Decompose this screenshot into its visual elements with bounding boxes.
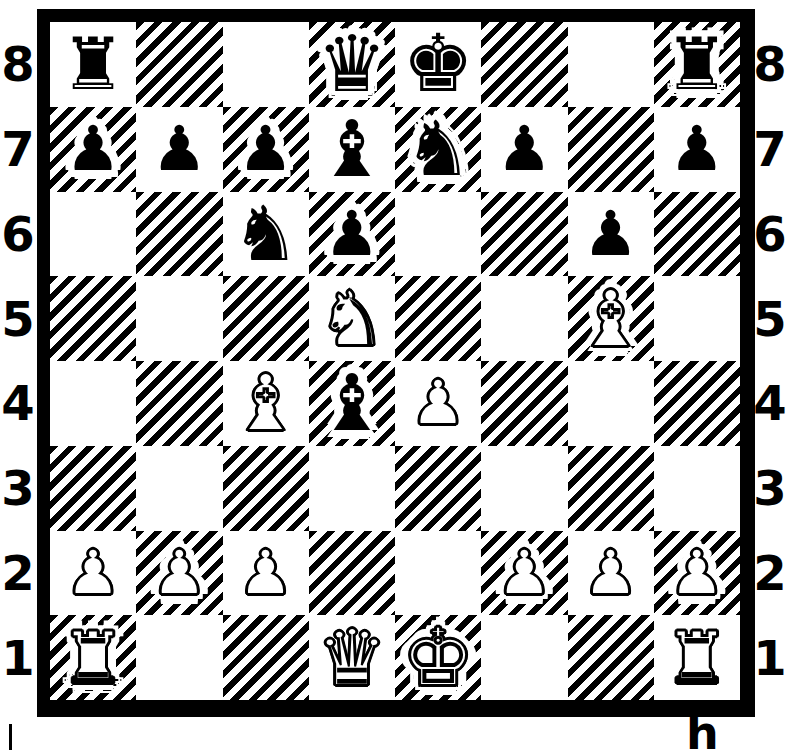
square-c2: ♟ (223, 531, 309, 616)
square-b3 (136, 446, 222, 531)
square-h8: ♜ (654, 22, 740, 107)
piece-black-pawn-h7: ♟ (669, 118, 725, 180)
piece-black-rook-a8: ♜ (61, 28, 126, 100)
piece-white-rook-a1: ♜ (61, 622, 126, 694)
square-c6: ♞ (223, 192, 309, 277)
square-e7: ♞ (395, 107, 481, 192)
chess-diagram-page: 87654321 ♜♛♚♜♟♟♟♝♞♟♟♞♟♟♞♝♝♝♟♟♟♟♟♟♟♜♛♚♜ 8… (0, 0, 787, 755)
square-b8 (136, 22, 222, 107)
square-h1: ♜ (654, 615, 740, 700)
piece-black-bishop-d4: ♝ (317, 364, 387, 442)
square-a2: ♟ (50, 531, 136, 616)
square-g8 (568, 22, 654, 107)
square-h7: ♟ (654, 107, 740, 192)
rank-label-left-7: 7 (1, 125, 34, 173)
square-g4 (568, 361, 654, 446)
square-a3 (50, 446, 136, 531)
piece-white-rook-h1: ♜ (665, 622, 730, 694)
rank-label-right-5: 5 (753, 295, 786, 343)
rank-label-right-6: 6 (753, 210, 786, 258)
piece-black-queen-d8: ♛ (317, 25, 387, 103)
piece-white-pawn-c2: ♟ (238, 542, 294, 604)
square-c7: ♟ (223, 107, 309, 192)
square-b6 (136, 192, 222, 277)
piece-white-pawn-g2: ♟ (583, 542, 639, 604)
square-e1: ♚ (395, 615, 481, 700)
piece-white-pawn-e4: ♟ (410, 372, 466, 434)
piece-black-pawn-g6: ♟ (583, 203, 639, 265)
rank-label-left-1: 1 (1, 634, 34, 682)
square-b1 (136, 615, 222, 700)
scan-artifact (9, 724, 12, 750)
square-a5 (50, 276, 136, 361)
piece-black-king-e8: ♚ (402, 24, 474, 104)
square-c4: ♝ (223, 361, 309, 446)
piece-white-queen-d1: ♛ (317, 619, 387, 697)
square-a7: ♟ (50, 107, 136, 192)
rank-labels-left: 87654321 (0, 22, 36, 700)
piece-white-pawn-a2: ♟ (65, 542, 121, 604)
piece-white-bishop-g5: ♝ (576, 280, 646, 358)
square-e5 (395, 276, 481, 361)
square-b7: ♟ (136, 107, 222, 192)
piece-black-knight-c6: ♞ (232, 196, 300, 272)
square-d2 (309, 531, 395, 616)
square-g1 (568, 615, 654, 700)
piece-white-pawn-b2: ♟ (152, 542, 208, 604)
piece-white-pawn-f2: ♟ (497, 542, 553, 604)
square-a4 (50, 361, 136, 446)
square-d8: ♛ (309, 22, 395, 107)
piece-black-knight-e7: ♞ (404, 111, 472, 187)
square-f1 (481, 615, 567, 700)
piece-black-pawn-b7: ♟ (152, 118, 208, 180)
piece-white-king-e1: ♚ (402, 618, 474, 698)
rank-label-left-2: 2 (1, 549, 34, 597)
square-f4 (481, 361, 567, 446)
square-g7 (568, 107, 654, 192)
square-h2: ♟ (654, 531, 740, 616)
piece-white-knight-d5: ♞ (318, 281, 386, 357)
chess-board: ♜♛♚♜♟♟♟♝♞♟♟♞♟♟♞♝♝♝♟♟♟♟♟♟♟♜♛♚♜ (37, 9, 755, 717)
square-d3 (309, 446, 395, 531)
piece-white-pawn-h2: ♟ (669, 542, 725, 604)
square-c5 (223, 276, 309, 361)
square-f6 (481, 192, 567, 277)
square-d7: ♝ (309, 107, 395, 192)
square-e4: ♟ (395, 361, 481, 446)
square-e3 (395, 446, 481, 531)
square-b2: ♟ (136, 531, 222, 616)
square-e8: ♚ (395, 22, 481, 107)
square-a6 (50, 192, 136, 277)
rank-label-left-8: 8 (1, 40, 34, 88)
square-a1: ♜ (50, 615, 136, 700)
square-c1 (223, 615, 309, 700)
square-d6: ♟ (309, 192, 395, 277)
square-g5: ♝ (568, 276, 654, 361)
square-h5 (654, 276, 740, 361)
square-h3 (654, 446, 740, 531)
piece-black-bishop-d7: ♝ (317, 110, 387, 188)
square-f3 (481, 446, 567, 531)
square-d5: ♞ (309, 276, 395, 361)
square-c8 (223, 22, 309, 107)
square-f8 (481, 22, 567, 107)
rank-labels-right: 87654321 (753, 22, 787, 700)
piece-black-pawn-c7: ♟ (238, 118, 294, 180)
rank-label-left-5: 5 (1, 295, 34, 343)
rank-label-left-3: 3 (1, 464, 34, 512)
square-g2: ♟ (568, 531, 654, 616)
rank-label-left-4: 4 (1, 379, 34, 427)
rank-label-right-2: 2 (753, 549, 786, 597)
piece-black-pawn-f7: ♟ (497, 118, 553, 180)
rank-label-right-1: 1 (753, 634, 786, 682)
square-a8: ♜ (50, 22, 136, 107)
piece-black-pawn-a7: ♟ (65, 118, 121, 180)
rank-label-right-7: 7 (753, 125, 786, 173)
square-b4 (136, 361, 222, 446)
square-c3 (223, 446, 309, 531)
piece-black-pawn-d6: ♟ (324, 203, 380, 265)
rank-label-right-4: 4 (753, 379, 786, 427)
square-f5 (481, 276, 567, 361)
square-e6 (395, 192, 481, 277)
square-d1: ♛ (309, 615, 395, 700)
square-f2: ♟ (481, 531, 567, 616)
square-d4: ♝ (309, 361, 395, 446)
square-b5 (136, 276, 222, 361)
rank-label-left-6: 6 (1, 210, 34, 258)
square-h4 (654, 361, 740, 446)
rank-label-right-3: 3 (753, 464, 786, 512)
square-g6: ♟ (568, 192, 654, 277)
square-g3 (568, 446, 654, 531)
square-e2 (395, 531, 481, 616)
piece-black-rook-h8: ♜ (665, 28, 730, 100)
square-f7: ♟ (481, 107, 567, 192)
piece-white-bishop-c4: ♝ (231, 364, 301, 442)
rank-label-right-8: 8 (753, 40, 786, 88)
square-h6 (654, 192, 740, 277)
file-label-h: h (686, 706, 719, 755)
